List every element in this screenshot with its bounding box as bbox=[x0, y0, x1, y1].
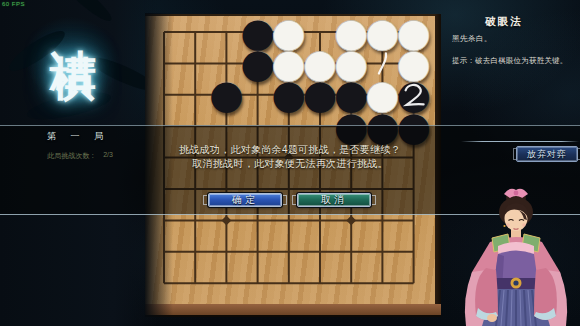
black-stone[interactable]: ● bbox=[305, 79, 336, 110]
challenge-count: 此局挑战次数： 2/3 bbox=[26, 151, 134, 161]
star-point bbox=[346, 215, 356, 225]
puzzle-title: 破眼法 bbox=[440, 15, 568, 29]
challenge-count-value: 2/3 bbox=[103, 151, 113, 161]
white-stone[interactable]: ● bbox=[367, 17, 398, 48]
puzzle-objective: 黑先杀白。 bbox=[452, 34, 492, 44]
confirm-button[interactable]: 确定 bbox=[208, 193, 282, 207]
fps-counter: 60 FPS bbox=[2, 1, 25, 7]
cancel-button[interactable]: 取消 bbox=[297, 193, 371, 207]
star-point bbox=[221, 215, 231, 225]
game-screen: 60 FPS 诘棋 第 一 局 此局挑战次数： 2/3 ●●●●●●●●●●●●… bbox=[0, 0, 580, 326]
puzzle-hint: 提示：破去白棋眼位为获胜关键。 bbox=[452, 56, 576, 66]
black-stone[interactable]: ● bbox=[273, 79, 304, 110]
challenge-count-label: 此局挑战次数： bbox=[47, 151, 96, 161]
npc-portrait bbox=[452, 186, 580, 326]
black-stone[interactable]: ● bbox=[242, 48, 273, 79]
round-label: 第 一 局 bbox=[28, 130, 128, 143]
resign-button[interactable]: 放弃对弈 bbox=[516, 146, 578, 162]
black-stone[interactable]: ● bbox=[211, 79, 242, 110]
tsumego-logo: 诘棋 bbox=[51, 12, 97, 128]
panel-divider bbox=[461, 141, 579, 142]
